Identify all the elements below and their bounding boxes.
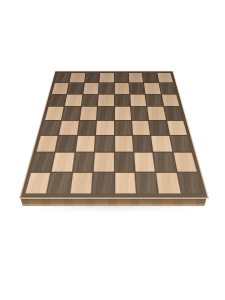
board-square	[45, 107, 64, 120]
board-square	[115, 120, 132, 134]
board-square	[96, 120, 113, 134]
board-square	[85, 73, 100, 83]
board-square	[94, 153, 114, 171]
board-square	[82, 94, 98, 106]
board-square	[56, 136, 77, 152]
board-square	[131, 107, 148, 120]
board-square	[170, 136, 192, 152]
board-square	[37, 136, 59, 152]
board-grid	[25, 73, 202, 193]
board-square	[173, 153, 196, 171]
board-square	[114, 83, 129, 93]
board-square	[143, 73, 158, 83]
board-square	[52, 153, 74, 171]
board-square	[76, 136, 96, 152]
board-square	[70, 172, 92, 193]
board-square	[134, 153, 155, 171]
board-square	[164, 107, 183, 120]
board-square	[49, 94, 67, 106]
board-square	[59, 120, 78, 134]
board-square	[78, 120, 96, 134]
board-square	[156, 172, 180, 193]
board-square	[154, 153, 176, 171]
board-square	[73, 153, 94, 171]
board-square	[159, 83, 176, 93]
board-square	[31, 153, 54, 171]
board-square	[65, 94, 82, 106]
board-square	[157, 73, 173, 83]
board-square	[115, 172, 136, 193]
board-square	[161, 94, 179, 106]
board-square	[48, 172, 72, 193]
board-square	[98, 94, 114, 106]
board-square	[68, 83, 84, 93]
board-square	[70, 73, 85, 83]
board-square	[144, 83, 160, 93]
board-photo	[0, 0, 225, 300]
board-square	[147, 107, 165, 120]
board-square	[129, 73, 144, 83]
board-face	[20, 71, 207, 197]
board-square	[114, 73, 128, 83]
board-square	[55, 73, 71, 83]
board-square	[97, 107, 113, 120]
board-square	[132, 120, 150, 134]
board-square	[52, 83, 69, 93]
chess-board	[20, 71, 207, 197]
board-square	[135, 172, 157, 193]
board-square	[167, 120, 187, 134]
board-square	[99, 83, 114, 93]
board-square	[177, 172, 202, 193]
board-square	[115, 136, 133, 152]
board-square	[114, 94, 130, 106]
board-square	[115, 153, 135, 171]
board-square	[80, 107, 97, 120]
board-square	[114, 107, 130, 120]
board-square	[133, 136, 153, 152]
board-square	[100, 73, 114, 83]
board-square	[62, 107, 80, 120]
board-square	[92, 172, 113, 193]
board-square	[95, 136, 113, 152]
board-square	[25, 172, 50, 193]
board-square	[146, 94, 163, 106]
board-square	[41, 120, 61, 134]
board-square	[130, 94, 146, 106]
board-square	[151, 136, 172, 152]
board-square	[129, 83, 144, 93]
board-square	[149, 120, 168, 134]
board-square	[83, 83, 98, 93]
